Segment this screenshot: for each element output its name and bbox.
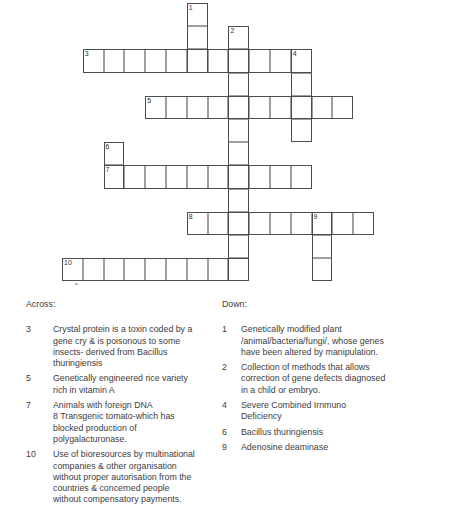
down-clue-list: 1Genetically modified plant /animal/bact… [222, 324, 447, 453]
grid-cell-r9c8[interactable] [228, 212, 249, 235]
cell-number-5: 5 [147, 97, 151, 105]
grid-cell-r4c6[interactable] [187, 96, 208, 119]
clue-number: 10 [26, 449, 36, 460]
clue-down-1: 1Genetically modified plant /animal/bact… [222, 324, 447, 358]
grid-cell-r11c0[interactable]: 10 [62, 258, 83, 281]
grid-cell-r11c6[interactable] [187, 258, 208, 281]
down-heading: Down: [222, 299, 447, 310]
grid-cell-r2c4[interactable] [145, 49, 166, 72]
clue-text: Crystal protein is a toxin coded by a ge… [53, 324, 222, 369]
clue-number: 7 [26, 400, 31, 411]
grid-cell-r1c8[interactable]: 2 [228, 26, 249, 49]
grid-cell-r4c10[interactable] [270, 96, 291, 119]
grid-cell-r4c5[interactable] [166, 96, 187, 119]
cell-number-3: 3 [85, 50, 89, 58]
clue-across-5: 5Genetically engineered rice variety ric… [26, 373, 222, 396]
grid-cell-r7c5[interactable] [166, 165, 187, 188]
cell-number-2: 2 [230, 27, 234, 35]
grid-cell-r2c9[interactable] [249, 49, 270, 72]
grid-cell-r2c6[interactable] [187, 49, 208, 72]
grid-cell-r7c8[interactable] [228, 165, 249, 188]
grid-cell-r4c4[interactable]: 5 [145, 96, 166, 119]
grid-cell-r7c3[interactable] [124, 165, 145, 188]
across-clue-list: 3Crystal protein is a toxin coded by a g… [26, 324, 222, 505]
grid-cell-r4c9[interactable] [249, 96, 270, 119]
grid-cell-r5c11[interactable] [291, 119, 312, 142]
grid-cell-r4c12[interactable] [312, 96, 333, 119]
across-heading: Across: [26, 299, 222, 310]
grid-cell-r6c8[interactable] [228, 142, 249, 165]
grid-cell-r2c2[interactable] [104, 49, 125, 72]
grid-cell-r2c5[interactable] [166, 49, 187, 72]
grid-cell-r9c12[interactable]: 9 [312, 212, 333, 235]
grid-cell-r9c13[interactable] [332, 212, 353, 235]
grid-cell-r4c7[interactable] [208, 96, 229, 119]
grid-cell-r11c1[interactable] [83, 258, 104, 281]
scan-speck [75, 283, 78, 285]
grid-cell-r8c8[interactable] [228, 189, 249, 212]
clue-text: Collection of methods that allows correc… [241, 362, 447, 396]
clue-number: 9 [222, 442, 227, 453]
clue-down-9: 9Adenosine deaminase [222, 442, 447, 453]
grid-cell-r2c8[interactable] [228, 49, 249, 72]
grid-cell-r4c13[interactable] [332, 96, 353, 119]
grid-cell-r2c10[interactable] [270, 49, 291, 72]
grid-cell-r2c7[interactable] [208, 49, 229, 72]
clue-across-7: 7Animals with foreign DNA [26, 400, 222, 411]
grid-cell-r1c6[interactable] [187, 26, 208, 49]
grid-cell-r11c3[interactable] [124, 258, 145, 281]
grid-cell-r7c9[interactable] [249, 165, 270, 188]
grid-cell-r11c4[interactable] [145, 258, 166, 281]
clue-across-continuation: 8 Transgenic tomato-which has blocked pr… [26, 411, 222, 445]
grid-cell-r7c7[interactable] [208, 165, 229, 188]
clue-number: 1 [222, 324, 227, 335]
grid-cell-r7c10[interactable] [270, 165, 291, 188]
cell-number-10: 10 [64, 259, 72, 267]
grid-cell-r9c14[interactable] [353, 212, 374, 235]
clue-number: 3 [26, 324, 31, 335]
grid-cell-r11c2[interactable] [104, 258, 125, 281]
clue-text: Animals with foreign DNA [53, 400, 222, 411]
grid-cell-r9c9[interactable] [249, 212, 270, 235]
clue-number: 5 [26, 373, 31, 384]
down-clues: Down: 1Genetically modified plant /anima… [222, 299, 447, 457]
clue-down-6: 6Bacillus thuringiensis [222, 427, 447, 438]
clue-text: Genetically engineered rice variety rich… [53, 373, 222, 396]
grid-cell-r5c8[interactable] [228, 119, 249, 142]
clue-text: Use of bioresources by multinational com… [53, 449, 222, 505]
grid-cell-r7c11[interactable] [291, 165, 312, 188]
grid-cell-r11c8[interactable] [228, 258, 249, 281]
clue-down-2: 2Collection of methods that allows corre… [222, 362, 447, 396]
grid-cell-r2c3[interactable] [124, 49, 145, 72]
grid-cell-r9c6[interactable]: 8 [187, 212, 208, 235]
grid-cell-r9c11[interactable] [291, 212, 312, 235]
grid-cell-r3c8[interactable] [228, 73, 249, 96]
grid-cell-r7c2[interactable]: 7 [104, 165, 125, 188]
grid-cell-r4c11[interactable] [291, 96, 312, 119]
grid-cell-r7c4[interactable] [145, 165, 166, 188]
grid-cell-r9c7[interactable] [208, 212, 229, 235]
grid-cell-r11c12[interactable] [312, 258, 333, 281]
grid-cell-r3c11[interactable] [291, 73, 312, 96]
grid-cell-r9c10[interactable] [270, 212, 291, 235]
cell-number-4: 4 [293, 50, 297, 58]
grid-cell-r11c7[interactable] [208, 258, 229, 281]
clue-across-3: 3Crystal protein is a toxin coded by a g… [26, 324, 222, 369]
clue-text: Adenosine deaminase [241, 442, 447, 453]
clue-number: 2 [222, 362, 227, 373]
grid-cell-r11c5[interactable] [166, 258, 187, 281]
cell-number-1: 1 [189, 4, 193, 12]
across-clues: Across: 3Crystal protein is a toxin code… [26, 299, 222, 510]
clue-text: Genetically modified plant /animal/bacte… [241, 324, 447, 358]
grid-cell-r2c11[interactable]: 4 [291, 49, 312, 72]
clue-text: Severe Combined Irnmuno Deficiency [241, 400, 447, 423]
grid-cell-r10c8[interactable] [228, 235, 249, 258]
cell-number-6: 6 [106, 143, 110, 151]
grid-cell-r7c6[interactable] [187, 165, 208, 188]
cell-number-8: 8 [189, 213, 193, 221]
grid-cell-r2c1[interactable]: 3 [83, 49, 104, 72]
clue-number: 4 [222, 400, 227, 411]
grid-cell-r10c12[interactable] [312, 235, 333, 258]
clue-text: Bacillus thuringiensis [241, 427, 447, 438]
grid-cell-r6c2[interactable]: 6 [104, 142, 125, 165]
crossword-grid: 12103456798 [62, 3, 374, 281]
cell-number-9: 9 [314, 213, 318, 221]
clue-text: 8 Transgenic tomato-which has blocked pr… [53, 411, 222, 445]
clue-across-10: 10Use of bioresources by multinational c… [26, 449, 222, 505]
clue-down-4: 4Severe Combined Irnmuno Deficiency [222, 400, 447, 423]
clue-number: 6 [222, 427, 227, 438]
cell-number-7: 7 [106, 166, 110, 174]
grid-cell-r4c8[interactable] [228, 96, 249, 119]
grid-cell-r0c6[interactable]: 1 [187, 3, 208, 26]
